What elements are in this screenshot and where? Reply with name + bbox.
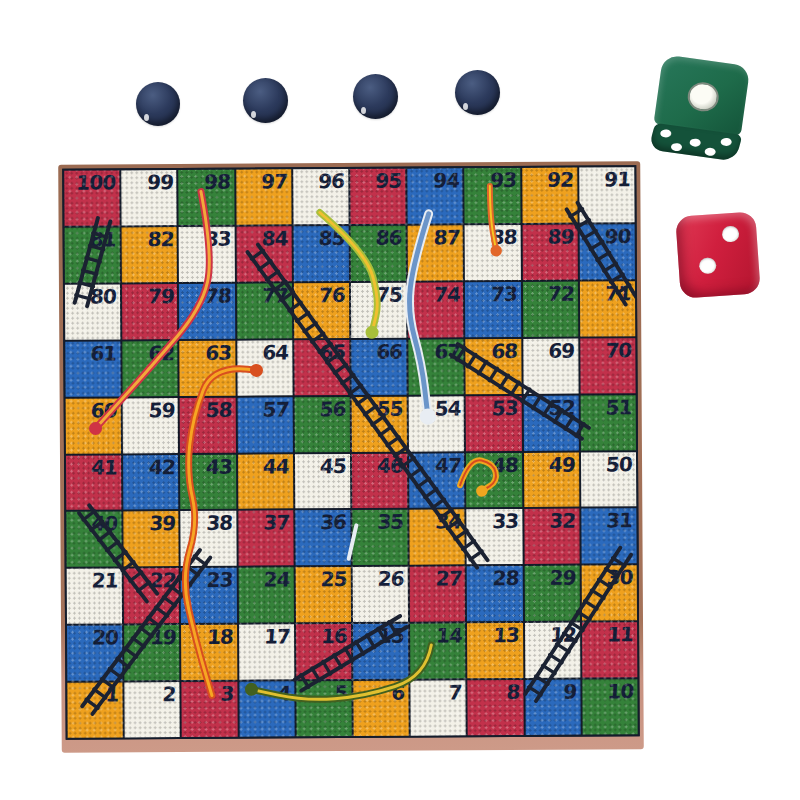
counter[interactable] bbox=[243, 78, 288, 123]
green-die[interactable] bbox=[650, 54, 751, 163]
die-pip bbox=[698, 257, 716, 274]
snake-head bbox=[365, 326, 378, 339]
ladder bbox=[567, 202, 637, 305]
counter[interactable] bbox=[136, 82, 180, 126]
snake bbox=[460, 460, 496, 497]
board: 1009998979695949392918182838485868788899… bbox=[58, 161, 644, 753]
snake-head bbox=[89, 422, 102, 435]
ladder bbox=[74, 218, 111, 306]
snake-head bbox=[245, 683, 258, 696]
ladder bbox=[451, 343, 589, 439]
die-pip bbox=[703, 147, 716, 156]
snake bbox=[409, 214, 436, 425]
snake-head bbox=[490, 245, 502, 256]
snake-head bbox=[420, 408, 436, 424]
die-pip bbox=[670, 143, 683, 152]
die-pip bbox=[722, 226, 740, 243]
die-pip bbox=[686, 80, 721, 113]
snake-head bbox=[476, 485, 488, 496]
die-pip bbox=[660, 128, 673, 137]
snake bbox=[348, 525, 356, 559]
snake bbox=[490, 186, 502, 257]
green-die-top-face bbox=[654, 54, 751, 136]
snake-head bbox=[250, 364, 263, 377]
die-pip bbox=[689, 138, 702, 147]
ladder bbox=[79, 505, 157, 602]
ladder bbox=[524, 548, 632, 701]
die-pip bbox=[720, 137, 733, 146]
snakes-ladders-overlay bbox=[64, 167, 637, 737]
snake bbox=[320, 212, 379, 339]
red-die[interactable] bbox=[675, 211, 761, 298]
counter[interactable] bbox=[455, 70, 500, 115]
counter[interactable] bbox=[353, 74, 398, 119]
ladder bbox=[294, 616, 407, 691]
ladder bbox=[247, 243, 487, 569]
snake bbox=[88, 192, 211, 435]
snake bbox=[184, 364, 265, 696]
